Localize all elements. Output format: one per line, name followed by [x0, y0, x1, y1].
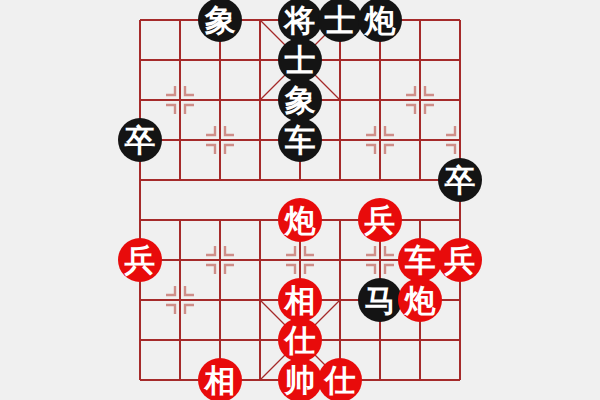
- piece-black-elephant[interactable]: 象: [198, 0, 242, 42]
- piece-black-elephant[interactable]: 象: [278, 78, 322, 122]
- piece-black-general[interactable]: 将: [278, 0, 322, 42]
- piece-black-horse[interactable]: 马: [358, 278, 402, 322]
- piece-red-soldier[interactable]: 兵: [358, 198, 402, 242]
- piece-red-advisor[interactable]: 仕: [318, 358, 362, 400]
- piece-black-cannon[interactable]: 炮: [358, 0, 402, 42]
- piece-red-elephant[interactable]: 相: [278, 278, 322, 322]
- screenshot-background: 象将士炮士象卒车卒马炮兵兵车兵相炮仕相帅仕: [0, 0, 600, 400]
- piece-red-advisor[interactable]: 仕: [278, 318, 322, 362]
- piece-black-chariot[interactable]: 车: [278, 118, 322, 162]
- piece-red-chariot[interactable]: 车: [398, 238, 442, 282]
- piece-black-advisor[interactable]: 士: [318, 0, 362, 42]
- piece-red-general[interactable]: 帅: [278, 358, 322, 400]
- piece-red-elephant[interactable]: 相: [198, 358, 242, 400]
- piece-black-soldier[interactable]: 卒: [118, 118, 162, 162]
- piece-black-advisor[interactable]: 士: [278, 38, 322, 82]
- xiangqi-board: 象将士炮士象卒车卒马炮兵兵车兵相炮仕相帅仕: [120, 0, 480, 400]
- board-grid[interactable]: 象将士炮士象卒车卒马炮兵兵车兵相炮仕相帅仕: [120, 0, 480, 400]
- piece-black-soldier[interactable]: 卒: [438, 158, 482, 202]
- piece-red-soldier[interactable]: 兵: [118, 238, 162, 282]
- piece-red-soldier[interactable]: 兵: [438, 238, 482, 282]
- piece-red-cannon[interactable]: 炮: [398, 278, 442, 322]
- piece-red-cannon[interactable]: 炮: [278, 198, 322, 242]
